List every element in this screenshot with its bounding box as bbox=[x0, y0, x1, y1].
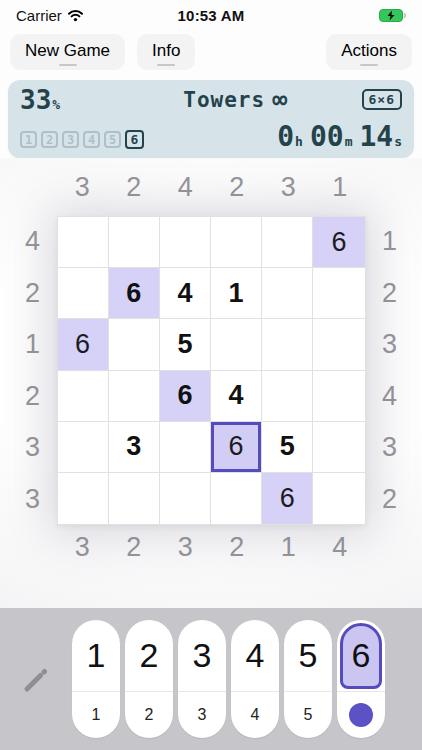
key-1-label: 1 bbox=[87, 636, 106, 675]
actions-label: Actions bbox=[341, 41, 397, 61]
key-5-main[interactable]: 5 bbox=[284, 620, 332, 691]
key-1-main[interactable]: 1 bbox=[72, 620, 120, 691]
info-underline bbox=[157, 64, 175, 66]
cell-r2c5[interactable] bbox=[262, 268, 313, 319]
number-status-row: 123456 bbox=[20, 130, 144, 149]
cell-r1c2[interactable] bbox=[109, 217, 160, 268]
cell-r6c3[interactable] bbox=[160, 473, 211, 524]
key-2-secondary[interactable]: 2 bbox=[125, 691, 173, 738]
cell-r3c5[interactable] bbox=[262, 319, 313, 370]
clue-right-2: 2 bbox=[366, 268, 414, 320]
game-title: Towers ∞ bbox=[110, 88, 362, 112]
number-status-3: 3 bbox=[62, 131, 79, 148]
key-4-main[interactable]: 4 bbox=[231, 620, 279, 691]
cell-r4c3[interactable]: 6 bbox=[160, 371, 211, 422]
cell-r3c3[interactable]: 5 bbox=[160, 319, 211, 370]
key-6-label: 6 bbox=[352, 636, 371, 675]
clue-top-5: 3 bbox=[263, 158, 315, 216]
clue-bottom-1: 3 bbox=[57, 525, 109, 569]
key-3[interactable]: 33 bbox=[178, 620, 226, 738]
cell-r4c2[interactable] bbox=[109, 371, 160, 422]
cell-r6c4[interactable] bbox=[211, 473, 262, 524]
cell-r4c5[interactable] bbox=[262, 371, 313, 422]
battery-charging-icon bbox=[379, 9, 406, 22]
key-6[interactable]: 6 bbox=[337, 620, 385, 738]
cell-r2c6[interactable] bbox=[313, 268, 364, 319]
key-3-secondary[interactable]: 3 bbox=[178, 691, 226, 738]
clue-top-4: 2 bbox=[211, 158, 263, 216]
cell-r5c1[interactable] bbox=[58, 422, 109, 473]
new-game-button[interactable]: New Game bbox=[10, 34, 125, 70]
key-4[interactable]: 44 bbox=[231, 620, 279, 738]
clue-bottom-5: 1 bbox=[263, 525, 315, 569]
progress-indicator: 33 % bbox=[20, 88, 110, 112]
cell-r4c6[interactable] bbox=[313, 371, 364, 422]
cell-r2c4[interactable]: 1 bbox=[211, 268, 262, 319]
cell-r5c2[interactable]: 3 bbox=[109, 422, 160, 473]
key-2-label: 2 bbox=[140, 636, 159, 675]
clue-left-2: 2 bbox=[9, 268, 57, 320]
clue-right-5: 3 bbox=[366, 422, 414, 474]
play-area: 324231323214421233123432664165643656 bbox=[0, 158, 422, 610]
toolbar: New Game Info Actions bbox=[0, 26, 422, 76]
clue-top-6: 1 bbox=[314, 158, 366, 216]
number-status-4: 4 bbox=[83, 131, 100, 148]
cell-r1c3[interactable] bbox=[160, 217, 211, 268]
clue-top-3: 4 bbox=[160, 158, 212, 216]
board-with-clues: 324231323214421233123432664165643656 bbox=[9, 158, 414, 569]
cell-r5c3[interactable] bbox=[160, 422, 211, 473]
new-game-label: New Game bbox=[25, 41, 110, 61]
complete-dot-icon bbox=[349, 703, 373, 727]
key-5[interactable]: 55 bbox=[284, 620, 332, 738]
timer: 0h00m14s bbox=[277, 125, 402, 149]
board: 664165643656 bbox=[57, 216, 366, 525]
clue-bottom-4: 2 bbox=[211, 525, 263, 569]
wifi-icon bbox=[67, 9, 84, 22]
clue-left-5: 3 bbox=[9, 422, 57, 474]
carrier-label: Carrier bbox=[16, 7, 62, 24]
key-3-label: 3 bbox=[193, 636, 212, 675]
new-game-underline bbox=[59, 64, 77, 66]
cell-r6c6[interactable] bbox=[313, 473, 364, 524]
cell-r3c1[interactable]: 6 bbox=[58, 319, 109, 370]
title-text: Towers bbox=[183, 88, 265, 112]
number-status-6: 6 bbox=[125, 130, 144, 149]
cell-r1c1[interactable] bbox=[58, 217, 109, 268]
board-size-badge: 6×6 bbox=[362, 89, 402, 110]
number-status-2: 2 bbox=[41, 131, 58, 148]
cell-r3c2[interactable] bbox=[109, 319, 160, 370]
key-2-main[interactable]: 2 bbox=[125, 620, 173, 691]
key-5-secondary[interactable]: 5 bbox=[284, 691, 332, 738]
clue-bottom-6: 4 bbox=[314, 525, 366, 569]
key-6-secondary[interactable] bbox=[337, 691, 385, 738]
progress-value: 33 bbox=[20, 88, 51, 112]
cell-r2c1[interactable] bbox=[58, 268, 109, 319]
infinity-icon: ∞ bbox=[272, 91, 288, 109]
clue-bottom-3: 3 bbox=[160, 525, 212, 569]
clue-right-6: 2 bbox=[366, 474, 414, 526]
number-status-1: 1 bbox=[20, 131, 37, 148]
cell-r6c1[interactable] bbox=[58, 473, 109, 524]
timer-minutes: 00 bbox=[310, 125, 344, 149]
cell-r1c5[interactable] bbox=[262, 217, 313, 268]
key-5-label: 5 bbox=[299, 636, 318, 675]
cell-r3c6[interactable] bbox=[313, 319, 364, 370]
actions-button[interactable]: Actions bbox=[326, 34, 412, 70]
key-4-secondary[interactable]: 4 bbox=[231, 691, 279, 738]
actions-underline bbox=[360, 64, 378, 66]
key-6-main[interactable]: 6 bbox=[337, 620, 385, 691]
number-status-5: 5 bbox=[104, 131, 121, 148]
pencil-icon bbox=[20, 663, 52, 695]
timer-hours: 0 bbox=[277, 125, 294, 149]
cell-r1c4[interactable] bbox=[211, 217, 262, 268]
cell-r3c4[interactable] bbox=[211, 319, 262, 370]
number-keypad: 11223344556 bbox=[0, 608, 422, 750]
cell-r2c3[interactable]: 4 bbox=[160, 268, 211, 319]
key-2[interactable]: 22 bbox=[125, 620, 173, 738]
percent-sign: % bbox=[52, 97, 60, 112]
timer-seconds: 14 bbox=[359, 125, 393, 149]
keys-row: 11223344556 bbox=[72, 620, 385, 738]
clue-left-1: 4 bbox=[9, 216, 57, 268]
cell-r1c6[interactable]: 6 bbox=[313, 217, 364, 268]
key-1[interactable]: 11 bbox=[72, 620, 120, 738]
clue-left-4: 2 bbox=[9, 371, 57, 423]
clue-right-3: 3 bbox=[366, 319, 414, 371]
info-label: Info bbox=[152, 41, 180, 61]
status-bar: Carrier 10:53 AM bbox=[0, 0, 422, 26]
cell-r6c5[interactable]: 6 bbox=[262, 473, 313, 524]
key-1-secondary[interactable]: 1 bbox=[72, 691, 120, 738]
clue-top-2: 2 bbox=[108, 158, 160, 216]
game-info-panel: 33 % Towers ∞ 6×6 123456 0h00m14s bbox=[8, 80, 414, 158]
pencil-mode-button[interactable] bbox=[0, 663, 72, 695]
clue-left-6: 3 bbox=[9, 474, 57, 526]
clue-right-4: 4 bbox=[366, 371, 414, 423]
cell-r6c2[interactable] bbox=[109, 473, 160, 524]
cell-r5c6[interactable] bbox=[313, 422, 364, 473]
clue-right-1: 1 bbox=[366, 216, 414, 268]
cell-r4c1[interactable] bbox=[58, 371, 109, 422]
key-4-label: 4 bbox=[246, 636, 265, 675]
cell-r5c5[interactable]: 5 bbox=[262, 422, 313, 473]
cell-r5c4[interactable]: 6 bbox=[211, 422, 262, 473]
clue-bottom-2: 2 bbox=[108, 525, 160, 569]
cell-r2c2[interactable]: 6 bbox=[109, 268, 160, 319]
info-button[interactable]: Info bbox=[137, 34, 195, 70]
cell-r4c4[interactable]: 4 bbox=[211, 371, 262, 422]
clue-left-3: 1 bbox=[9, 319, 57, 371]
key-3-main[interactable]: 3 bbox=[178, 620, 226, 691]
clue-top-1: 3 bbox=[57, 158, 109, 216]
